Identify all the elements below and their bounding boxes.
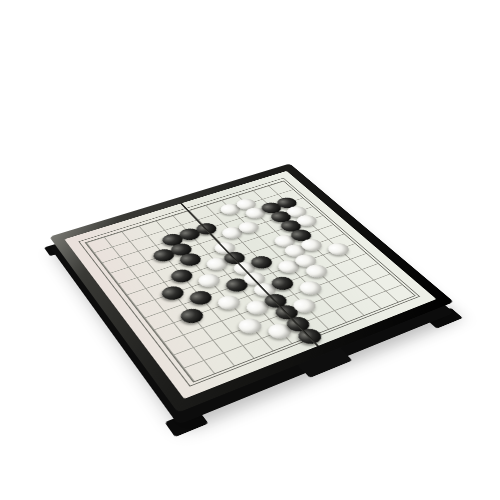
go-board: ○○●●●○●●●●○○●○●○●○●○●○●●○○●○○●●○○○○●○○●○… (49, 164, 454, 413)
black-stone[interactable]: ● (294, 326, 326, 346)
board-surface: ○○●●●○●●●●○○●○●○●○●○●○●●○○●○○●●○○○○●○○●○… (64, 171, 436, 399)
black-stone[interactable]: ● (271, 303, 302, 322)
black-stone[interactable]: ● (222, 276, 251, 294)
white-stone[interactable]: ○ (296, 279, 326, 297)
black-stone[interactable]: ● (186, 289, 216, 308)
white-stone[interactable]: ○ (235, 316, 266, 336)
black-stone[interactable]: ● (167, 267, 196, 285)
white-stone[interactable]: ○ (195, 272, 224, 290)
black-stone[interactable]: ● (247, 254, 276, 271)
black-stone[interactable]: ● (177, 306, 207, 325)
board-frame: ○○●●●○●●●●○○●○●○●○●○●○●●○○●○○●●○○○○●○○●○… (49, 164, 454, 413)
white-stone[interactable]: ○ (240, 270, 269, 288)
black-stone[interactable]: ● (261, 292, 291, 311)
black-stone[interactable]: ● (283, 314, 314, 334)
white-stone[interactable]: ○ (214, 293, 244, 312)
white-stone[interactable]: ○ (250, 281, 280, 299)
black-stone[interactable]: ● (158, 284, 187, 302)
black-stone[interactable]: ● (268, 274, 298, 292)
product-photo: ○○●●●○●●●●○○●○●○●○●○●○●●○○●○○●●○○○○●○○●○… (0, 0, 500, 500)
grid-lines: ○○●●●○●●●●○○●○●○●○●○●○●●○○●○○●●○○○○●○○●○… (85, 181, 416, 383)
white-stone[interactable]: ○ (289, 296, 320, 315)
white-stone[interactable]: ○ (324, 241, 353, 257)
white-stone[interactable]: ○ (264, 321, 295, 341)
white-stone[interactable]: ○ (243, 298, 273, 317)
